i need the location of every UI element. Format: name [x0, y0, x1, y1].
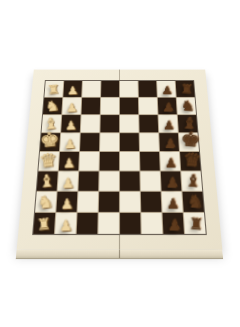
board-front-edge	[16, 250, 224, 259]
board-square	[99, 172, 119, 191]
board-square	[140, 133, 159, 151]
board-square	[81, 98, 100, 115]
board-square	[181, 172, 202, 191]
board-square	[141, 213, 162, 234]
board-square	[38, 152, 59, 171]
board-square	[159, 133, 179, 151]
chess-piece-white-pawn: ♟	[60, 196, 73, 211]
chess-set-scene: ♜♞♝♚♛♝♞♜♟♟♟♟♟♟♟♟♟♟♟♟♟♟♟♟♜♞♝♚♛♝♞♜	[0, 0, 240, 327]
chess-piece-black-pawn: ♟	[166, 196, 179, 211]
board-square	[33, 213, 55, 234]
chess-board: ♜♞♝♚♛♝♞♜♟♟♟♟♟♟♟♟♟♟♟♟♟♟♟♟♜♞♝♚♛♝♞♜	[17, 70, 223, 250]
board-square	[120, 81, 138, 97]
board-square	[163, 213, 184, 234]
board-square	[44, 81, 63, 97]
fold-seam-center	[119, 81, 120, 234]
board-square	[140, 172, 160, 191]
chess-piece-white-queen: ♛	[38, 150, 57, 170]
board-square	[56, 192, 77, 212]
board-square	[184, 213, 206, 234]
board-square	[99, 192, 119, 212]
board-square	[40, 133, 60, 151]
board-square	[161, 172, 182, 191]
board-square	[100, 115, 119, 132]
board-square	[157, 81, 176, 97]
board-square	[78, 192, 99, 212]
board-square	[140, 152, 160, 171]
board-square	[120, 115, 139, 132]
board-square	[120, 133, 139, 151]
product-photo-canvas: ♜♞♝♚♛♝♞♜♟♟♟♟♟♟♟♟♟♟♟♟♟♟♟♟♜♞♝♚♛♝♞♜	[0, 0, 240, 327]
board-square	[120, 192, 140, 212]
board-square	[100, 152, 119, 171]
board-square	[182, 192, 203, 212]
board-square	[61, 115, 80, 132]
board-square	[63, 81, 82, 97]
board-square	[120, 98, 138, 115]
board-square	[60, 133, 80, 151]
fold-seam-top	[119, 70, 120, 81]
chess-piece-black-knight: ♞	[186, 192, 203, 211]
board-square	[178, 115, 198, 132]
board-square	[77, 213, 98, 234]
board-square	[78, 172, 98, 191]
board-square	[100, 133, 119, 151]
board-square	[79, 152, 99, 171]
board-square	[37, 172, 58, 191]
board-square	[177, 98, 196, 115]
board-square	[82, 81, 100, 97]
chess-piece-white-pawn: ♟	[61, 175, 74, 189]
board-square	[62, 98, 81, 115]
board-square	[120, 213, 141, 234]
board-square	[139, 98, 158, 115]
board-perspective-wrapper: ♜♞♝♚♛♝♞♜♟♟♟♟♟♟♟♟♟♟♟♟♟♟♟♟♜♞♝♚♛♝♞♜	[17, 70, 223, 250]
board-square	[120, 172, 140, 191]
fold-seam-edge	[119, 250, 120, 258]
board-square	[158, 98, 177, 115]
board-square	[42, 115, 62, 132]
board-square	[180, 152, 201, 171]
board-square	[139, 81, 157, 97]
board-square	[179, 133, 199, 151]
board-square	[35, 192, 56, 212]
chess-piece-white-bishop: ♝	[38, 171, 56, 190]
board-square	[160, 152, 180, 171]
chess-piece-black-pawn: ♟	[164, 156, 177, 169]
board-square	[101, 81, 119, 97]
chess-piece-white-knight: ♞	[36, 192, 53, 211]
board-square	[98, 213, 119, 234]
chess-piece-white-rook: ♜	[36, 216, 51, 233]
chess-piece-black-pawn: ♟	[167, 217, 181, 232]
chess-piece-black-pawn: ♟	[165, 175, 178, 189]
chess-piece-black-bishop: ♝	[184, 171, 201, 190]
board-square	[176, 81, 195, 97]
chess-piece-black-queen: ♛	[182, 150, 201, 170]
board-square	[101, 98, 119, 115]
board-square	[139, 115, 158, 132]
board-square	[120, 152, 139, 171]
fold-seam-bottom	[119, 234, 120, 250]
chess-piece-white-pawn: ♟	[59, 217, 73, 232]
board-square	[80, 133, 99, 151]
chess-piece-black-rook: ♜	[188, 216, 203, 233]
board-square	[141, 192, 162, 212]
board-square	[55, 213, 76, 234]
board-square	[158, 115, 177, 132]
board-square	[58, 172, 79, 191]
chess-piece-white-pawn: ♟	[62, 156, 75, 170]
board-square	[43, 98, 62, 115]
board-square	[162, 192, 183, 212]
board-square	[81, 115, 100, 132]
board-square	[59, 152, 79, 171]
